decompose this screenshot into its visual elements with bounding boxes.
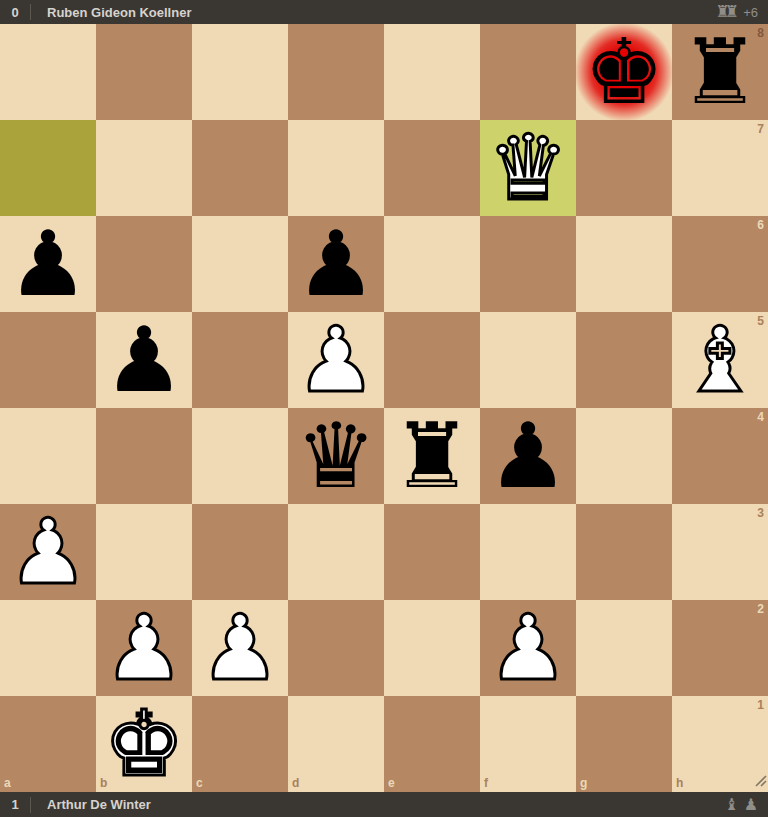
square-e7[interactable] — [384, 120, 480, 216]
square-f5[interactable] — [480, 312, 576, 408]
black-pawn[interactable]: ♟ — [296, 216, 377, 312]
rank-label-3: 3 — [757, 507, 764, 519]
square-h8[interactable]: 8♜ — [672, 24, 768, 120]
rank-label-1: 1 — [757, 699, 764, 711]
rank-label-2: 2 — [757, 603, 764, 615]
square-a6[interactable]: ♟ — [0, 216, 96, 312]
square-e4[interactable]: ♜ — [384, 408, 480, 504]
square-f3[interactable] — [480, 504, 576, 600]
top-player-name: Ruben Gideon Koellner — [47, 5, 191, 20]
black-king[interactable]: ♚ — [584, 24, 665, 120]
square-a4[interactable] — [0, 408, 96, 504]
captured-rook-icon: ♜ — [725, 4, 739, 20]
black-rook[interactable]: ♜ — [392, 408, 473, 504]
square-f6[interactable] — [480, 216, 576, 312]
square-c6[interactable] — [192, 216, 288, 312]
white-king[interactable]: ♚ — [104, 696, 185, 792]
top-player-score: 0 — [0, 5, 30, 20]
white-pawn[interactable]: ♟ — [488, 600, 569, 696]
resize-grip-icon[interactable] — [754, 773, 767, 791]
square-a5[interactable] — [0, 312, 96, 408]
square-g1[interactable]: g — [576, 696, 672, 792]
bar-separator — [30, 4, 31, 20]
rank-label-4: 4 — [757, 411, 764, 423]
square-d6[interactable]: ♟ — [288, 216, 384, 312]
square-g8[interactable]: ♚ — [576, 24, 672, 120]
square-g4[interactable] — [576, 408, 672, 504]
square-h3[interactable]: 3 — [672, 504, 768, 600]
square-d1[interactable]: d — [288, 696, 384, 792]
bottom-captured-pieces: ♝♟ — [724, 797, 758, 813]
square-g2[interactable] — [576, 600, 672, 696]
square-d2[interactable] — [288, 600, 384, 696]
square-d8[interactable] — [288, 24, 384, 120]
file-label-e: e — [388, 777, 395, 789]
square-b2[interactable]: ♟ — [96, 600, 192, 696]
square-a8[interactable] — [0, 24, 96, 120]
square-f4[interactable]: ♟ — [480, 408, 576, 504]
square-e8[interactable] — [384, 24, 480, 120]
square-b6[interactable] — [96, 216, 192, 312]
square-c5[interactable] — [192, 312, 288, 408]
square-a2[interactable] — [0, 600, 96, 696]
bottom-player-name: Arthur De Winter — [47, 797, 151, 812]
square-d7[interactable] — [288, 120, 384, 216]
square-b3[interactable] — [96, 504, 192, 600]
white-pawn[interactable]: ♟ — [8, 504, 89, 600]
square-g3[interactable] — [576, 504, 672, 600]
black-pawn[interactable]: ♟ — [8, 216, 89, 312]
square-f8[interactable] — [480, 24, 576, 120]
white-pawn[interactable]: ♟ — [104, 600, 185, 696]
file-label-g: g — [580, 777, 587, 789]
square-h5[interactable]: 5♝ — [672, 312, 768, 408]
square-c3[interactable] — [192, 504, 288, 600]
rank-label-7: 7 — [757, 123, 764, 135]
square-c8[interactable] — [192, 24, 288, 120]
square-b8[interactable] — [96, 24, 192, 120]
square-d4[interactable]: ♛ — [288, 408, 384, 504]
captured-pawn-icon: ♟ — [744, 797, 758, 813]
file-label-c: c — [196, 777, 203, 789]
square-f1[interactable]: f — [480, 696, 576, 792]
file-label-d: d — [292, 777, 299, 789]
square-d3[interactable] — [288, 504, 384, 600]
black-pawn[interactable]: ♟ — [104, 312, 185, 408]
square-b4[interactable] — [96, 408, 192, 504]
square-g6[interactable] — [576, 216, 672, 312]
square-h4[interactable]: 4 — [672, 408, 768, 504]
square-a7[interactable] — [0, 120, 96, 216]
square-c2[interactable]: ♟ — [192, 600, 288, 696]
rank-label-6: 6 — [757, 219, 764, 231]
square-e2[interactable] — [384, 600, 480, 696]
square-e6[interactable] — [384, 216, 480, 312]
square-b5[interactable]: ♟ — [96, 312, 192, 408]
square-h6[interactable]: 6 — [672, 216, 768, 312]
square-c1[interactable]: c — [192, 696, 288, 792]
black-rook[interactable]: ♜ — [680, 24, 761, 120]
square-d5[interactable]: ♟ — [288, 312, 384, 408]
square-b1[interactable]: b♚ — [96, 696, 192, 792]
square-g7[interactable] — [576, 120, 672, 216]
file-label-h: h — [676, 777, 683, 789]
captured-bishop-icon: ♝ — [724, 797, 738, 813]
top-captured-pieces: ♜♜ — [715, 4, 739, 20]
bar-separator — [30, 797, 31, 813]
white-pawn[interactable]: ♟ — [296, 312, 377, 408]
square-a3[interactable]: ♟ — [0, 504, 96, 600]
square-c7[interactable] — [192, 120, 288, 216]
black-pawn[interactable]: ♟ — [488, 408, 569, 504]
square-e3[interactable] — [384, 504, 480, 600]
black-queen[interactable]: ♛ — [296, 408, 377, 504]
square-f7[interactable]: ♛ — [480, 120, 576, 216]
square-a1[interactable]: a — [0, 696, 96, 792]
bottom-player-score: 1 — [0, 797, 30, 812]
white-bishop[interactable]: ♝ — [680, 312, 761, 408]
file-label-f: f — [484, 777, 488, 789]
square-b7[interactable] — [96, 120, 192, 216]
square-f2[interactable]: ♟ — [480, 600, 576, 696]
chess-board: ♚8♜♛7♟♟6♟♟5♝♛♜♟4♟3♟♟♟2ab♚cdefgh1 — [0, 24, 768, 792]
square-h2[interactable]: 2 — [672, 600, 768, 696]
square-g5[interactable] — [576, 312, 672, 408]
file-label-a: a — [4, 777, 11, 789]
chess-app-window: 0 Ruben Gideon Koellner ♜♜ +6 ♚8♜♛7♟♟6♟♟… — [0, 0, 768, 817]
white-queen[interactable]: ♛ — [488, 120, 569, 216]
square-e5[interactable] — [384, 312, 480, 408]
square-h7[interactable]: 7 — [672, 120, 768, 216]
square-e1[interactable]: e — [384, 696, 480, 792]
square-c4[interactable] — [192, 408, 288, 504]
material-advantage: +6 — [743, 5, 758, 20]
white-pawn[interactable]: ♟ — [200, 600, 281, 696]
